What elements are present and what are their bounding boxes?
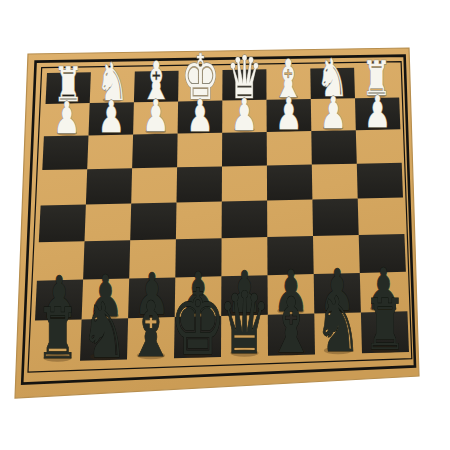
chess-board: ♜♞♝♚♛♝♞♜♟♟♟♟♟♟♟♟♟♟♟♟♟♟♟♟♜♞♝♚♛♝♞♜ xyxy=(0,0,450,450)
square-3-1[interactable] xyxy=(86,168,132,204)
black-rook-r7c7[interactable]: ♜ xyxy=(363,284,406,366)
black-queen-r7c4[interactable]: ♛ xyxy=(218,274,271,373)
black-bishop-r7c2[interactable]: ♝ xyxy=(127,284,174,373)
black-rook-r7c0[interactable]: ♜ xyxy=(36,293,79,375)
square-3-3[interactable] xyxy=(177,166,223,202)
white-pawn-r1c5[interactable]: ♟ xyxy=(275,88,302,139)
photo-background: ♜♞♝♚♛♝♞♜♟♟♟♟♟♟♟♟♟♟♟♟♟♟♟♟♜♞♝♚♛♝♞♜ xyxy=(0,0,450,450)
white-pawn-r1c7[interactable]: ♟ xyxy=(364,86,391,137)
white-pawn-r1c6[interactable]: ♟ xyxy=(320,87,347,138)
white-pawn-r1c3[interactable]: ♟ xyxy=(187,90,214,141)
square-3-7[interactable] xyxy=(357,163,403,199)
black-knight-r7c6[interactable]: ♞ xyxy=(315,279,362,368)
square-3-5[interactable] xyxy=(267,165,313,201)
square-4-6[interactable] xyxy=(312,199,358,237)
square-4-2[interactable] xyxy=(130,203,176,241)
square-4-4[interactable] xyxy=(222,201,268,239)
white-pawn-r1c0[interactable]: ♟ xyxy=(53,92,80,143)
square-4-0[interactable] xyxy=(39,205,86,243)
white-pawn-r1c2[interactable]: ♟ xyxy=(142,91,169,142)
black-knight-r7c1[interactable]: ♞ xyxy=(81,286,128,375)
white-pawn-r1c1[interactable]: ♟ xyxy=(98,92,125,143)
black-bishop-r7c5[interactable]: ♝ xyxy=(268,281,315,370)
white-pawn-r1c4[interactable]: ♟ xyxy=(231,89,258,140)
